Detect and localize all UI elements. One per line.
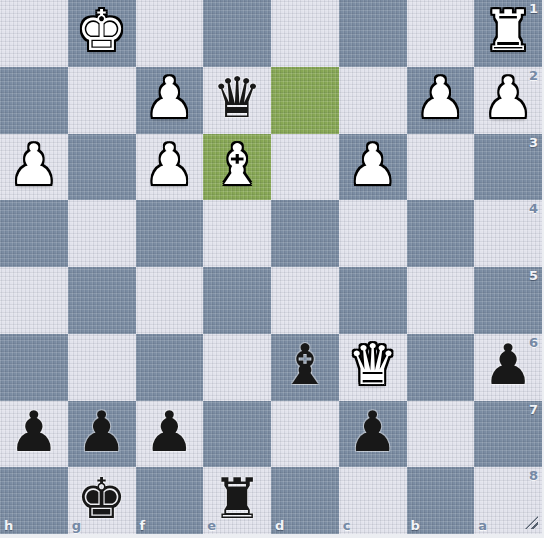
rank-label-7: 7 — [529, 402, 538, 417]
square-b7[interactable] — [407, 401, 475, 468]
file-label-c: c — [343, 518, 351, 533]
square-d1[interactable] — [271, 0, 339, 67]
square-f8[interactable]: f — [136, 467, 204, 534]
square-d6[interactable]: ♝ — [271, 334, 339, 401]
black-king[interactable]: ♚ — [77, 471, 127, 527]
rank-label-3: 3 — [529, 135, 538, 150]
square-c7[interactable]: ♟ — [339, 401, 407, 468]
black-pawn[interactable]: ♟ — [9, 404, 59, 460]
square-a1[interactable]: ♜1 — [474, 0, 542, 67]
square-e4[interactable] — [203, 200, 271, 267]
square-a6[interactable]: ♟6 — [474, 334, 542, 401]
square-h8[interactable]: h — [0, 467, 68, 534]
white-queen[interactable]: ♛ — [348, 337, 398, 393]
square-d5[interactable] — [271, 267, 339, 334]
white-pawn[interactable]: ♟ — [9, 137, 59, 193]
file-label-f: f — [140, 518, 146, 533]
square-c5[interactable] — [339, 267, 407, 334]
square-f7[interactable]: ♟ — [136, 401, 204, 468]
square-f6[interactable] — [136, 334, 204, 401]
black-bishop[interactable]: ♝ — [280, 337, 330, 393]
white-bishop[interactable]: ♝ — [212, 137, 262, 193]
square-g1[interactable]: ♚ — [68, 0, 136, 67]
square-g5[interactable] — [68, 267, 136, 334]
square-b2[interactable]: ♟ — [407, 67, 475, 134]
square-h3[interactable]: ♟ — [0, 134, 68, 201]
square-d3[interactable] — [271, 134, 339, 201]
square-h7[interactable]: ♟ — [0, 401, 68, 468]
white-pawn[interactable]: ♟ — [348, 137, 398, 193]
square-c6[interactable]: ♛ — [339, 334, 407, 401]
square-c2[interactable] — [339, 67, 407, 134]
square-e2[interactable]: ♛ — [203, 67, 271, 134]
square-e5[interactable] — [203, 267, 271, 334]
white-king[interactable]: ♚ — [77, 3, 127, 59]
square-c1[interactable] — [339, 0, 407, 67]
square-b8[interactable]: b — [407, 467, 475, 534]
square-h4[interactable] — [0, 200, 68, 267]
square-e1[interactable] — [203, 0, 271, 67]
black-pawn[interactable]: ♟ — [144, 404, 194, 460]
square-h2[interactable] — [0, 67, 68, 134]
square-b3[interactable] — [407, 134, 475, 201]
square-h5[interactable] — [0, 267, 68, 334]
square-e6[interactable] — [203, 334, 271, 401]
chess-app-window: ♚♜1♟♛♟♟2♟♟♝♟345♝♛♟6♟♟♟♟7h♚gf♜edcb8a — [0, 0, 544, 538]
board-edge-bottom — [0, 534, 544, 538]
black-pawn[interactable]: ♟ — [483, 337, 533, 393]
white-pawn[interactable]: ♟ — [483, 70, 533, 126]
square-f2[interactable]: ♟ — [136, 67, 204, 134]
rank-label-5: 5 — [529, 268, 538, 283]
square-h6[interactable] — [0, 334, 68, 401]
square-b4[interactable] — [407, 200, 475, 267]
file-label-b: b — [411, 518, 420, 533]
rank-label-4: 4 — [529, 201, 538, 216]
square-c8[interactable]: c — [339, 467, 407, 534]
square-d2[interactable] — [271, 67, 339, 134]
square-f5[interactable] — [136, 267, 204, 334]
square-g7[interactable]: ♟ — [68, 401, 136, 468]
square-h1[interactable] — [0, 0, 68, 67]
square-b6[interactable] — [407, 334, 475, 401]
white-pawn[interactable]: ♟ — [144, 137, 194, 193]
square-g3[interactable] — [68, 134, 136, 201]
square-g8[interactable]: ♚g — [68, 467, 136, 534]
square-g6[interactable] — [68, 334, 136, 401]
square-e7[interactable] — [203, 401, 271, 468]
square-e8[interactable]: ♜e — [203, 467, 271, 534]
square-b5[interactable] — [407, 267, 475, 334]
square-a5[interactable]: 5 — [474, 267, 542, 334]
square-b1[interactable] — [407, 0, 475, 67]
square-f1[interactable] — [136, 0, 204, 67]
square-a2[interactable]: ♟2 — [474, 67, 542, 134]
square-g2[interactable] — [68, 67, 136, 134]
square-d4[interactable] — [271, 200, 339, 267]
black-queen[interactable]: ♛ — [212, 70, 262, 126]
square-a4[interactable]: 4 — [474, 200, 542, 267]
square-f3[interactable]: ♟ — [136, 134, 204, 201]
white-pawn[interactable]: ♟ — [415, 70, 465, 126]
black-pawn[interactable]: ♟ — [77, 404, 127, 460]
black-pawn[interactable]: ♟ — [348, 404, 398, 460]
square-g4[interactable] — [68, 200, 136, 267]
square-d8[interactable]: d — [271, 467, 339, 534]
file-label-a: a — [478, 518, 487, 533]
file-label-h: h — [4, 518, 13, 533]
file-label-d: d — [275, 518, 284, 533]
square-a7[interactable]: 7 — [474, 401, 542, 468]
chess-board: ♚♜1♟♛♟♟2♟♟♝♟345♝♛♟6♟♟♟♟7h♚gf♜edcb8a — [0, 0, 542, 534]
square-c4[interactable] — [339, 200, 407, 267]
square-c3[interactable]: ♟ — [339, 134, 407, 201]
square-f4[interactable] — [136, 200, 204, 267]
white-rook[interactable]: ♜ — [483, 3, 533, 59]
square-e3[interactable]: ♝ — [203, 134, 271, 201]
rank-label-8: 8 — [529, 468, 538, 483]
black-rook[interactable]: ♜ — [212, 471, 262, 527]
square-d7[interactable] — [271, 401, 339, 468]
white-pawn[interactable]: ♟ — [144, 70, 194, 126]
square-a3[interactable]: 3 — [474, 134, 542, 201]
